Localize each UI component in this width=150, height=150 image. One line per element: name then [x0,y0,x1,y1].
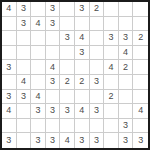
empty-cell-r9c5[interactable] [60,119,75,134]
clue-cell-r8c7: 3 [90,104,105,119]
clue-cell-r10c7: 3 [90,133,105,148]
clue-cell-r7c1: 3 [2,90,17,105]
empty-cell-r5c6[interactable] [75,60,90,75]
clue-cell-r1c4: 3 [46,2,61,17]
clue-cell-r10c6: 3 [75,133,90,148]
clue-cell-r8c10: 4 [133,104,148,119]
clue-cell-r3c10: 2 [133,31,148,46]
empty-cell-r4c5[interactable] [60,46,75,61]
empty-cell-r4c1[interactable] [2,46,17,61]
clue-cell-r4c9: 4 [119,46,134,61]
empty-cell-r5c10[interactable] [133,60,148,75]
empty-cell-r4c2[interactable] [17,46,32,61]
clue-cell-r3c8: 3 [104,31,119,46]
clue-cell-r8c1: 4 [2,104,17,119]
empty-cell-r8c9[interactable] [119,104,134,119]
empty-cell-r9c8[interactable] [104,119,119,134]
clue-cell-r9c9: 3 [119,119,134,134]
clue-cell-r1c1: 4 [2,2,17,17]
clue-cell-r6c6: 2 [75,75,90,90]
empty-cell-r5c5[interactable] [60,60,75,75]
empty-cell-r2c1[interactable] [2,17,17,32]
clue-cell-r10c9: 3 [119,133,134,148]
clue-cell-r5c4: 4 [46,60,61,75]
empty-cell-r3c2[interactable] [17,31,32,46]
empty-cell-r9c4[interactable] [46,119,61,134]
empty-cell-r4c7[interactable] [90,46,105,61]
empty-cell-r5c7[interactable] [90,60,105,75]
empty-cell-r5c3[interactable] [31,60,46,75]
empty-cell-r7c6[interactable] [75,90,90,105]
clue-cell-r10c3: 3 [31,133,46,148]
empty-cell-r3c4[interactable] [46,31,61,46]
empty-cell-r2c9[interactable] [119,17,134,32]
clue-cell-r6c5: 2 [60,75,75,90]
clue-cell-r3c5: 3 [60,31,75,46]
clue-cell-r7c8: 2 [104,90,119,105]
clue-cell-r1c2: 3 [17,2,32,17]
empty-cell-r7c7[interactable] [90,90,105,105]
empty-cell-r4c10[interactable] [133,46,148,61]
clue-cell-r10c10: 3 [133,133,148,148]
empty-cell-r8c2[interactable] [17,104,32,119]
clue-cell-r10c1: 3 [2,133,17,148]
empty-cell-r2c6[interactable] [75,17,90,32]
clue-cell-r7c3: 4 [31,90,46,105]
empty-cell-r4c8[interactable] [104,46,119,61]
empty-cell-r9c7[interactable] [90,119,105,134]
clue-cell-r3c6: 4 [75,31,90,46]
empty-cell-r1c5[interactable] [60,2,75,17]
clue-cell-r1c7: 2 [90,2,105,17]
empty-cell-r6c9[interactable] [119,75,134,90]
clue-cell-r8c6: 4 [75,104,90,119]
clue-cell-r8c3: 3 [31,104,46,119]
empty-cell-r9c10[interactable] [133,119,148,134]
clue-cell-r2c2: 3 [17,17,32,32]
clue-cell-r3c9: 3 [119,31,134,46]
empty-cell-r8c8[interactable] [104,104,119,119]
empty-cell-r3c1[interactable] [2,31,17,46]
clue-cell-r8c4: 3 [46,104,61,119]
empty-cell-r1c10[interactable] [133,2,148,17]
clue-cell-r10c4: 3 [46,133,61,148]
clue-cell-r2c4: 3 [46,17,61,32]
empty-cell-r6c3[interactable] [31,75,46,90]
empty-cell-r7c9[interactable] [119,90,134,105]
empty-cell-r2c7[interactable] [90,17,105,32]
empty-cell-r6c10[interactable] [133,75,148,90]
clue-cell-r2c3: 4 [31,17,46,32]
clue-cell-r5c9: 2 [119,60,134,75]
clue-cell-r4c6: 3 [75,46,90,61]
clue-cell-r6c4: 3 [46,75,61,90]
empty-cell-r9c2[interactable] [17,119,32,134]
empty-cell-r10c8[interactable] [104,133,119,148]
empty-cell-r1c3[interactable] [31,2,46,17]
clue-cell-r10c5: 4 [60,133,75,148]
clue-cell-r5c8: 4 [104,60,119,75]
empty-cell-r9c1[interactable] [2,119,17,134]
empty-cell-r10c2[interactable] [17,133,32,148]
empty-cell-r6c1[interactable] [2,75,17,90]
empty-cell-r1c8[interactable] [104,2,119,17]
empty-cell-r1c9[interactable] [119,2,134,17]
puzzle-board: 4333234334332343442432233342433343433334… [0,0,150,150]
clue-cell-r6c7: 3 [90,75,105,90]
clue-cell-r5c1: 3 [2,60,17,75]
empty-cell-r7c4[interactable] [46,90,61,105]
empty-cell-r2c8[interactable] [104,17,119,32]
clue-cell-r7c2: 3 [17,90,32,105]
empty-cell-r7c5[interactable] [60,90,75,105]
empty-cell-r2c5[interactable] [60,17,75,32]
empty-cell-r4c3[interactable] [31,46,46,61]
empty-cell-r3c3[interactable] [31,31,46,46]
empty-cell-r9c3[interactable] [31,119,46,134]
empty-cell-r4c4[interactable] [46,46,61,61]
empty-cell-r9c6[interactable] [75,119,90,134]
empty-cell-r6c8[interactable] [104,75,119,90]
clue-cell-r8c5: 3 [60,104,75,119]
empty-cell-r3c7[interactable] [90,31,105,46]
clue-cell-r6c2: 4 [17,75,32,90]
clue-cell-r1c6: 3 [75,2,90,17]
empty-cell-r5c2[interactable] [17,60,32,75]
empty-cell-r2c10[interactable] [133,17,148,32]
empty-cell-r7c10[interactable] [133,90,148,105]
